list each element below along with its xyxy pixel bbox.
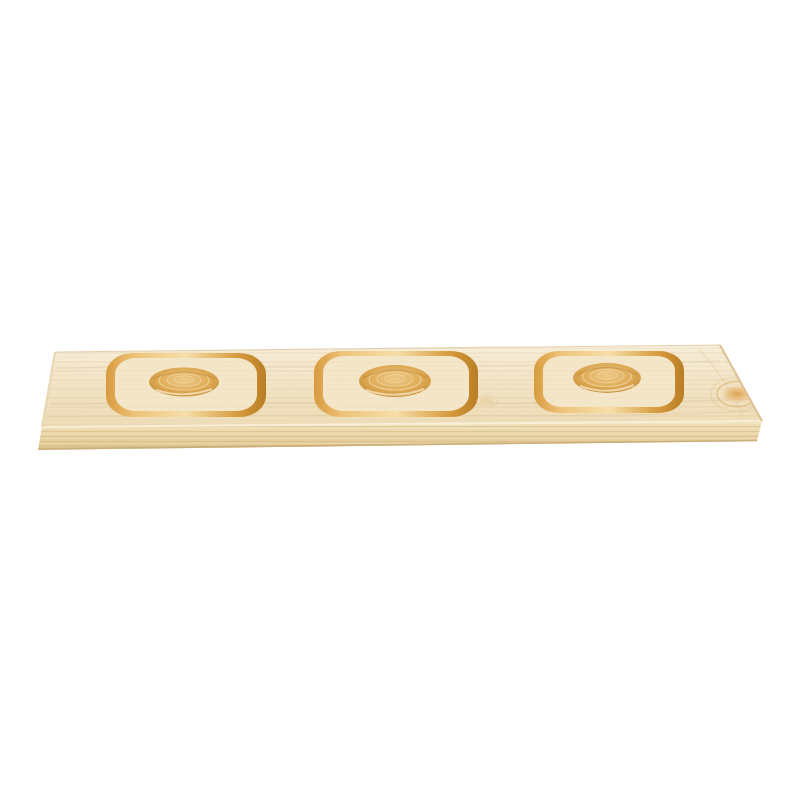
product-image	[0, 0, 800, 800]
well-3	[534, 351, 684, 413]
wooden-tray	[38, 345, 763, 450]
small-knot	[480, 398, 494, 405]
well-1	[106, 353, 266, 417]
well-2	[314, 351, 478, 417]
product-photo	[0, 0, 800, 800]
